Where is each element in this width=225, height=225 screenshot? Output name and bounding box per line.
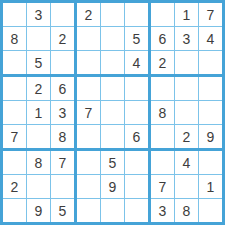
cell-r6c7[interactable] (151, 125, 174, 148)
cell-r1c4[interactable]: 2 (77, 3, 100, 26)
cell-r7c3[interactable]: 7 (51, 151, 74, 174)
cell-r1c9[interactable]: 7 (199, 3, 222, 26)
box-8: 59 (77, 151, 148, 222)
cell-r1c8[interactable]: 1 (175, 3, 198, 26)
cell-r9c4[interactable] (77, 199, 100, 222)
cell-r3c6[interactable]: 4 (125, 51, 148, 74)
cell-r3c8[interactable] (175, 51, 198, 74)
cell-r2c5[interactable] (101, 27, 124, 50)
cell-r7c7[interactable] (151, 151, 174, 174)
cell-r1c7[interactable] (151, 3, 174, 26)
cell-r6c8[interactable]: 2 (175, 125, 198, 148)
cell-r4c4[interactable] (77, 77, 100, 100)
cell-r5c4[interactable]: 7 (77, 101, 100, 124)
cell-r3c9[interactable] (199, 51, 222, 74)
cell-r9c5[interactable] (101, 199, 124, 222)
cell-r5c8[interactable] (175, 101, 198, 124)
box-5: 76 (77, 77, 148, 148)
cell-r8c9[interactable]: 1 (199, 175, 222, 198)
cell-r5c1[interactable] (3, 101, 26, 124)
box-1: 3825 (3, 3, 74, 74)
cell-r8c5[interactable]: 9 (101, 175, 124, 198)
cell-r7c9[interactable] (199, 151, 222, 174)
cell-r7c4[interactable] (77, 151, 100, 174)
cell-r2c6[interactable]: 5 (125, 27, 148, 50)
cell-r8c1[interactable]: 2 (3, 175, 26, 198)
cell-r1c6[interactable] (125, 3, 148, 26)
cell-r9c6[interactable] (125, 199, 148, 222)
cell-r6c5[interactable] (101, 125, 124, 148)
cell-r5c7[interactable]: 8 (151, 101, 174, 124)
cell-r6c4[interactable] (77, 125, 100, 148)
cell-r4c5[interactable] (101, 77, 124, 100)
cell-r2c3[interactable]: 2 (51, 27, 74, 50)
cell-r2c7[interactable]: 6 (151, 27, 174, 50)
box-6: 829 (151, 77, 222, 148)
cell-r3c7[interactable]: 2 (151, 51, 174, 74)
cell-r9c8[interactable]: 8 (175, 199, 198, 222)
cell-r8c7[interactable]: 7 (151, 175, 174, 198)
cell-r4c7[interactable] (151, 77, 174, 100)
cell-r5c2[interactable]: 1 (27, 101, 50, 124)
cell-r8c4[interactable] (77, 175, 100, 198)
cell-r9c7[interactable]: 3 (151, 199, 174, 222)
cell-r6c3[interactable]: 8 (51, 125, 74, 148)
cell-r4c2[interactable]: 2 (27, 77, 50, 100)
sudoku-board: 382525417634226137876829872955947138 (0, 0, 225, 225)
cell-r8c6[interactable] (125, 175, 148, 198)
cell-r7c8[interactable]: 4 (175, 151, 198, 174)
cell-r7c6[interactable] (125, 151, 148, 174)
box-7: 87295 (3, 151, 74, 222)
cell-r2c9[interactable]: 4 (199, 27, 222, 50)
cell-r6c6[interactable]: 6 (125, 125, 148, 148)
cell-r9c1[interactable] (3, 199, 26, 222)
cell-r8c3[interactable] (51, 175, 74, 198)
cell-r1c1[interactable] (3, 3, 26, 26)
box-3: 176342 (151, 3, 222, 74)
cell-r3c5[interactable] (101, 51, 124, 74)
cell-r8c2[interactable] (27, 175, 50, 198)
cell-r1c3[interactable] (51, 3, 74, 26)
cell-r6c1[interactable]: 7 (3, 125, 26, 148)
cell-r4c1[interactable] (3, 77, 26, 100)
cell-r1c5[interactable] (101, 3, 124, 26)
cell-r3c2[interactable]: 5 (27, 51, 50, 74)
cell-r2c2[interactable] (27, 27, 50, 50)
cell-r2c8[interactable]: 3 (175, 27, 198, 50)
cell-r4c8[interactable] (175, 77, 198, 100)
cell-r3c3[interactable] (51, 51, 74, 74)
cell-r7c5[interactable]: 5 (101, 151, 124, 174)
cell-r8c8[interactable] (175, 175, 198, 198)
cell-r1c2[interactable]: 3 (27, 3, 50, 26)
cell-r2c4[interactable] (77, 27, 100, 50)
cell-r4c6[interactable] (125, 77, 148, 100)
cell-r6c9[interactable]: 9 (199, 125, 222, 148)
box-4: 261378 (3, 77, 74, 148)
cell-r9c3[interactable]: 5 (51, 199, 74, 222)
cell-r3c4[interactable] (77, 51, 100, 74)
cell-r6c2[interactable] (27, 125, 50, 148)
cell-r9c2[interactable]: 9 (27, 199, 50, 222)
cell-r3c1[interactable] (3, 51, 26, 74)
cell-r4c9[interactable] (199, 77, 222, 100)
cell-r5c6[interactable] (125, 101, 148, 124)
cell-r9c9[interactable] (199, 199, 222, 222)
cell-r5c3[interactable]: 3 (51, 101, 74, 124)
cell-r7c1[interactable] (3, 151, 26, 174)
cell-r2c1[interactable]: 8 (3, 27, 26, 50)
cell-r7c2[interactable]: 8 (27, 151, 50, 174)
cell-r5c9[interactable] (199, 101, 222, 124)
box-9: 47138 (151, 151, 222, 222)
cell-r5c5[interactable] (101, 101, 124, 124)
box-2: 254 (77, 3, 148, 74)
cell-r4c3[interactable]: 6 (51, 77, 74, 100)
